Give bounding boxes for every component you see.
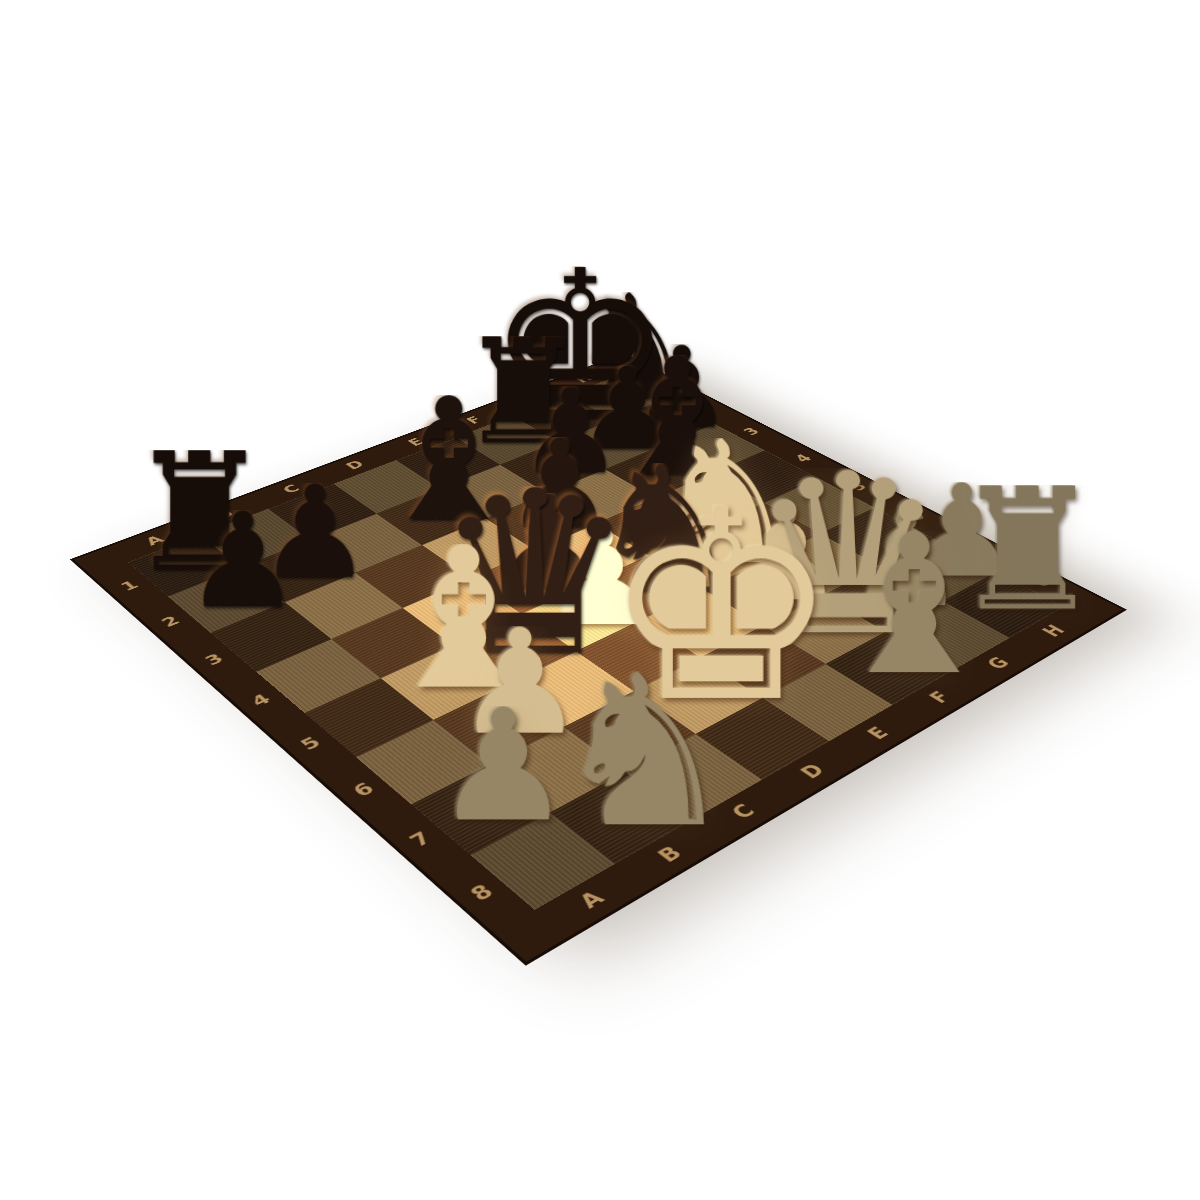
- white-knight-b8[interactable]: ♞: [550, 672, 737, 835]
- black-pawn-a2[interactable]: ♟: [183, 510, 301, 612]
- white-bishop-f8[interactable]: ♝: [827, 531, 1000, 681]
- chess-board: ABCDEFGH ABCDEFGH 12345678 12345678 ♜♜♚♞…: [74, 355, 1123, 962]
- chess-scene: ABCDEFGH ABCDEFGH 12345678 12345678 ♜♜♚♞…: [0, 0, 1200, 1200]
- playfield: ♜♜♚♞♟♟♝♟♟♟♟♝♟♝♛♟♞♞♟♟♟♚♛♟♟♞♝♜: [128, 375, 1064, 910]
- square-f8[interactable]: ♝: [826, 632, 953, 705]
